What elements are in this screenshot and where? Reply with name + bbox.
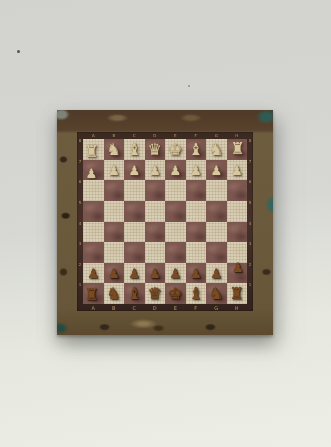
- coord-label: E: [165, 134, 186, 138]
- black-pawn[interactable]: ♟: [124, 263, 145, 284]
- coord-label: B: [104, 306, 125, 310]
- square-a4[interactable]: [83, 222, 104, 243]
- square-e6[interactable]: [165, 180, 186, 201]
- square-d2[interactable]: ♟: [145, 263, 166, 284]
- square-e3[interactable]: [165, 242, 186, 263]
- white-bishop[interactable]: ♝: [124, 139, 145, 160]
- white-pawn[interactable]: ♟: [165, 160, 186, 181]
- black-pawn[interactable]: ♟: [186, 263, 207, 284]
- square-g6[interactable]: [206, 180, 227, 201]
- square-e5[interactable]: [165, 201, 186, 222]
- square-g4[interactable]: [206, 222, 227, 243]
- chessboard: ABCDEFGH 87654321 ♜♞♝♛♚♝♞♜♟♟♟♟♟♟♟♟♟♟♟♟♟♟…: [57, 110, 273, 335]
- square-e7[interactable]: ♟: [165, 160, 186, 181]
- coord-label: 1: [249, 283, 252, 304]
- square-d6[interactable]: [145, 180, 166, 201]
- coord-label: A: [83, 306, 104, 310]
- square-a6[interactable]: [83, 180, 104, 201]
- coord-label: 4: [249, 222, 252, 243]
- white-rook[interactable]: ♜: [229, 138, 248, 160]
- square-c5[interactable]: [124, 201, 145, 222]
- square-g2[interactable]: ♟: [206, 263, 227, 284]
- square-b7[interactable]: ♟: [104, 160, 125, 181]
- board-border: ABCDEFGH 87654321 ♜♞♝♛♚♝♞♜♟♟♟♟♟♟♟♟♟♟♟♟♟♟…: [77, 132, 253, 311]
- square-g7[interactable]: ♟: [206, 160, 227, 181]
- square-b5[interactable]: [104, 201, 125, 222]
- coord-label: E: [165, 306, 186, 310]
- square-h2[interactable]: ♟: [227, 263, 248, 284]
- square-a5[interactable]: [83, 201, 104, 222]
- square-a2[interactable]: ♟: [83, 263, 104, 284]
- coord-label: C: [124, 306, 145, 310]
- square-d8[interactable]: ♛: [145, 139, 166, 160]
- square-d7[interactable]: ♟: [145, 160, 166, 181]
- white-knight[interactable]: ♞: [104, 139, 125, 160]
- white-pawn[interactable]: ♟: [186, 160, 207, 181]
- square-e4[interactable]: [165, 222, 186, 243]
- square-h5[interactable]: [227, 201, 248, 222]
- black-rook[interactable]: ♜: [227, 283, 248, 304]
- square-h1[interactable]: ♜: [227, 283, 248, 304]
- square-g1[interactable]: ♞: [206, 283, 227, 304]
- square-f3[interactable]: [186, 242, 207, 263]
- coord-label: 5: [249, 201, 252, 222]
- white-pawn[interactable]: ♟: [145, 160, 166, 181]
- coord-label: 7: [249, 160, 252, 181]
- black-knight[interactable]: ♞: [206, 283, 227, 304]
- white-king[interactable]: ♚: [165, 139, 186, 160]
- black-rook[interactable]: ♜: [80, 284, 104, 304]
- rank-labels-right: 87654321: [247, 139, 253, 304]
- coord-label: B: [104, 134, 125, 138]
- file-labels-bottom: ABCDEFGH: [83, 304, 247, 311]
- wall-mark: [17, 50, 20, 53]
- square-c6[interactable]: [124, 180, 145, 201]
- square-f4[interactable]: [186, 222, 207, 243]
- wall-mark: [188, 85, 190, 87]
- coord-label: C: [124, 134, 145, 138]
- file-labels-top: ABCDEFGH: [83, 132, 247, 139]
- white-pawn[interactable]: ♟: [79, 163, 104, 181]
- square-g3[interactable]: [206, 242, 227, 263]
- square-g5[interactable]: [206, 201, 227, 222]
- coord-label: G: [206, 134, 227, 138]
- square-d4[interactable]: [145, 222, 166, 243]
- white-knight[interactable]: ♞: [206, 139, 227, 160]
- square-a3[interactable]: [83, 242, 104, 263]
- coord-label: 2: [249, 263, 252, 284]
- coord-label: G: [206, 306, 227, 310]
- square-h8[interactable]: ♜: [227, 139, 248, 160]
- square-d5[interactable]: [145, 201, 166, 222]
- square-b6[interactable]: [104, 180, 125, 201]
- coord-label: 3: [249, 242, 252, 263]
- coord-label: 5: [79, 201, 82, 222]
- coord-label: 3: [79, 242, 82, 263]
- black-king[interactable]: ♚: [165, 283, 186, 304]
- square-e8[interactable]: ♚: [165, 139, 186, 160]
- square-h4[interactable]: [227, 222, 248, 243]
- board-squares: ♜♞♝♛♚♝♞♜♟♟♟♟♟♟♟♟♟♟♟♟♟♟♟♟♜♞♝♛♚♝♞♜: [83, 139, 247, 304]
- coord-label: H: [227, 306, 248, 310]
- white-bishop[interactable]: ♝: [186, 139, 207, 160]
- square-a1[interactable]: ♜: [83, 283, 104, 304]
- black-pawn[interactable]: ♟: [206, 263, 227, 284]
- square-g8[interactable]: ♞: [206, 139, 227, 160]
- square-a8[interactable]: ♜: [83, 139, 104, 160]
- black-pawn[interactable]: ♟: [145, 263, 166, 284]
- coord-label: 2: [79, 263, 82, 284]
- square-a7[interactable]: ♟: [83, 160, 104, 181]
- square-h6[interactable]: [227, 180, 248, 201]
- square-c1[interactable]: ♝: [124, 283, 145, 304]
- square-b3[interactable]: [104, 242, 125, 263]
- coord-label: H: [227, 134, 248, 138]
- square-b1[interactable]: ♞: [104, 283, 125, 304]
- black-pawn[interactable]: ♟: [104, 263, 125, 284]
- white-rook[interactable]: ♜: [80, 141, 104, 160]
- square-f6[interactable]: [186, 180, 207, 201]
- square-e2[interactable]: ♟: [165, 263, 186, 284]
- white-pawn[interactable]: ♟: [206, 160, 227, 181]
- square-d3[interactable]: [145, 242, 166, 263]
- black-bishop[interactable]: ♝: [186, 283, 207, 304]
- square-f2[interactable]: ♟: [186, 263, 207, 284]
- white-pawn[interactable]: ♟: [104, 160, 125, 181]
- black-pawn[interactable]: ♟: [165, 263, 186, 284]
- coord-label: A: [83, 134, 104, 138]
- square-h7[interactable]: ♟: [227, 160, 248, 181]
- square-f7[interactable]: ♟: [186, 160, 207, 181]
- square-c2[interactable]: ♟: [124, 263, 145, 284]
- square-d1[interactable]: ♛: [145, 283, 166, 304]
- white-pawn[interactable]: ♟: [227, 160, 248, 181]
- black-bishop[interactable]: ♝: [124, 283, 145, 304]
- square-b2[interactable]: ♟: [104, 263, 125, 284]
- wall: ABCDEFGH 87654321 ♜♞♝♛♚♝♞♜♟♟♟♟♟♟♟♟♟♟♟♟♟♟…: [0, 0, 331, 447]
- square-b8[interactable]: ♞: [104, 139, 125, 160]
- coord-label: 4: [79, 222, 82, 243]
- square-e1[interactable]: ♚: [165, 283, 186, 304]
- square-c8[interactable]: ♝: [124, 139, 145, 160]
- coord-label: 6: [79, 180, 82, 201]
- white-queen[interactable]: ♛: [145, 139, 166, 160]
- square-c7[interactable]: ♟: [124, 160, 145, 181]
- coord-label: D: [145, 306, 166, 310]
- black-queen[interactable]: ♛: [145, 283, 166, 304]
- coord-label: 6: [249, 180, 252, 201]
- square-b4[interactable]: [104, 222, 125, 243]
- square-c4[interactable]: [124, 222, 145, 243]
- square-f5[interactable]: [186, 201, 207, 222]
- black-knight[interactable]: ♞: [104, 283, 125, 304]
- white-pawn[interactable]: ♟: [124, 160, 145, 181]
- square-c3[interactable]: [124, 242, 145, 263]
- square-f8[interactable]: ♝: [186, 139, 207, 160]
- coord-label: D: [145, 134, 166, 138]
- coord-label: F: [186, 134, 207, 138]
- square-f1[interactable]: ♝: [186, 283, 207, 304]
- coord-label: 8: [249, 139, 252, 160]
- black-pawn[interactable]: ♟: [83, 263, 104, 284]
- black-pawn[interactable]: ♟: [229, 257, 248, 284]
- coord-label: F: [186, 306, 207, 310]
